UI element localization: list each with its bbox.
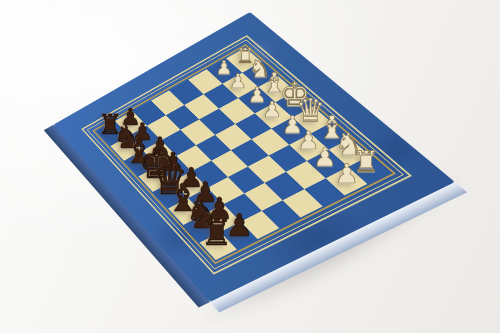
chess-photo-scene: ♜♟♟♜♞♟♟♞♝♟♟♝♚♟♟♚♛♟♟♛♝♟♟♝♞♟♟♞♜♟♟♜: [0, 0, 500, 333]
white-pawn-piece[interactable]: ♟: [335, 160, 359, 187]
white-pawn-piece[interactable]: ♟: [313, 144, 336, 170]
black-rook-piece[interactable]: ♜: [201, 215, 233, 251]
white-pawn-piece[interactable]: ♟: [229, 71, 247, 91]
white-pawn-piece[interactable]: ♟: [262, 99, 282, 121]
